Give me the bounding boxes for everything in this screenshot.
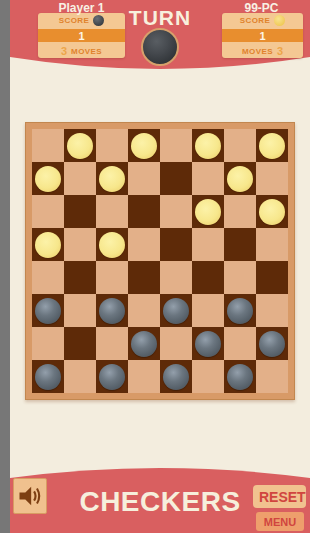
gray-piece[interactable] [163,298,189,324]
square-r2c3[interactable] [96,162,128,195]
square-r4c5[interactable] [160,228,192,261]
square-r4c6[interactable] [192,228,224,261]
player2-score-value: 1 [259,30,265,42]
square-r8c6[interactable] [192,360,224,393]
turn-indicator-dark-piece [141,28,179,66]
player1-moves-value: 3 [61,45,67,57]
gray-piece[interactable] [227,298,253,324]
square-r4c3[interactable] [96,228,128,261]
square-r2c4[interactable] [128,162,160,195]
gray-piece[interactable] [195,331,221,357]
square-r2c6[interactable] [192,162,224,195]
square-r1c8[interactable] [256,129,288,162]
square-r2c5[interactable] [160,162,192,195]
yellow-piece[interactable] [195,133,221,159]
square-r7c5[interactable] [160,327,192,360]
square-r2c2[interactable] [64,162,96,195]
square-r8c3[interactable] [96,360,128,393]
square-r2c8[interactable] [256,162,288,195]
square-r8c7[interactable] [224,360,256,393]
square-r7c3[interactable] [96,327,128,360]
gray-piece[interactable] [35,364,61,390]
player1-moves-label: MOVES [71,47,102,56]
menu-button[interactable]: MENU [256,512,304,531]
square-r6c1[interactable] [32,294,64,327]
square-r5c1[interactable] [32,261,64,294]
square-r4c2[interactable] [64,228,96,261]
checkers-app: Player 1 99-PC SCORE 1 3 MOVES TURN SCOR… [10,0,310,533]
square-r5c3[interactable] [96,261,128,294]
reset-button[interactable]: RESET [253,485,306,508]
square-r7c2[interactable] [64,327,96,360]
square-r3c8[interactable] [256,195,288,228]
square-r1c2[interactable] [64,129,96,162]
square-r5c6[interactable] [192,261,224,294]
square-r6c8[interactable] [256,294,288,327]
square-r1c1[interactable] [32,129,64,162]
square-r3c7[interactable] [224,195,256,228]
square-r4c1[interactable] [32,228,64,261]
yellow-piece[interactable] [99,166,125,192]
square-r6c2[interactable] [64,294,96,327]
square-r2c1[interactable] [32,162,64,195]
gray-piece[interactable] [99,364,125,390]
square-r7c8[interactable] [256,327,288,360]
yellow-piece[interactable] [259,199,285,225]
gray-piece[interactable] [35,298,61,324]
square-r1c3[interactable] [96,129,128,162]
gray-piece[interactable] [227,364,253,390]
square-r1c4[interactable] [128,129,160,162]
square-r6c7[interactable] [224,294,256,327]
turn-label: TURN [10,6,310,30]
square-r4c4[interactable] [128,228,160,261]
player1-score-value: 1 [78,30,84,42]
yellow-piece[interactable] [227,166,253,192]
square-r4c7[interactable] [224,228,256,261]
checkers-board [32,129,288,393]
square-r7c6[interactable] [192,327,224,360]
square-r4c8[interactable] [256,228,288,261]
square-r1c5[interactable] [160,129,192,162]
square-r8c4[interactable] [128,360,160,393]
gray-piece[interactable] [131,331,157,357]
player2-moves-label: MOVES [242,47,273,56]
square-r8c5[interactable] [160,360,192,393]
square-r5c4[interactable] [128,261,160,294]
square-r8c2[interactable] [64,360,96,393]
square-r6c4[interactable] [128,294,160,327]
square-r8c8[interactable] [256,360,288,393]
square-r8c1[interactable] [32,360,64,393]
square-r1c6[interactable] [192,129,224,162]
yellow-piece[interactable] [35,166,61,192]
square-r2c7[interactable] [224,162,256,195]
square-r3c5[interactable] [160,195,192,228]
square-r1c7[interactable] [224,129,256,162]
gray-piece[interactable] [99,298,125,324]
player1-score-bar: 1 [38,29,125,42]
player2-score-bar: 1 [222,29,303,42]
square-r3c6[interactable] [192,195,224,228]
square-r6c5[interactable] [160,294,192,327]
yellow-piece[interactable] [35,232,61,258]
square-r7c7[interactable] [224,327,256,360]
square-r3c1[interactable] [32,195,64,228]
yellow-piece[interactable] [99,232,125,258]
square-r6c6[interactable] [192,294,224,327]
square-r5c5[interactable] [160,261,192,294]
yellow-piece[interactable] [259,133,285,159]
yellow-piece[interactable] [67,133,93,159]
gray-piece[interactable] [259,331,285,357]
square-r5c2[interactable] [64,261,96,294]
square-r6c3[interactable] [96,294,128,327]
yellow-piece[interactable] [131,133,157,159]
square-r5c7[interactable] [224,261,256,294]
square-r3c3[interactable] [96,195,128,228]
player2-moves-value: 3 [277,45,283,57]
square-r5c8[interactable] [256,261,288,294]
gray-piece[interactable] [163,364,189,390]
yellow-piece[interactable] [195,199,221,225]
square-r7c1[interactable] [32,327,64,360]
square-r3c4[interactable] [128,195,160,228]
square-r3c2[interactable] [64,195,96,228]
square-r7c4[interactable] [128,327,160,360]
board-frame [25,122,295,400]
